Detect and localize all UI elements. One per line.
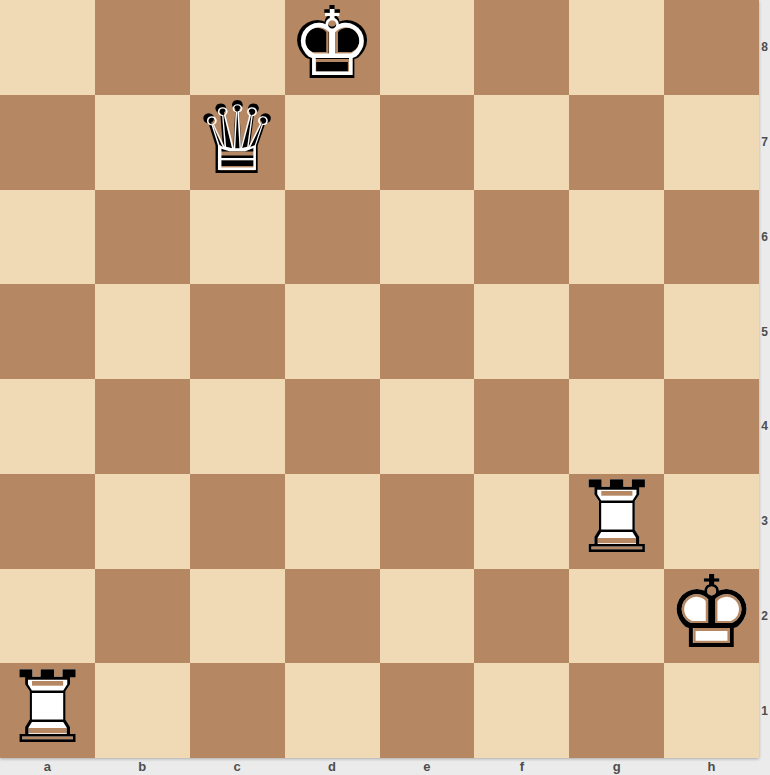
square-f3[interactable] bbox=[474, 474, 569, 569]
piece-white-rook[interactable]: ♜♖ bbox=[0, 663, 95, 758]
piece-black-queen[interactable]: ♛♕ bbox=[190, 95, 285, 190]
square-a4[interactable] bbox=[0, 379, 95, 474]
square-f7[interactable] bbox=[474, 95, 569, 190]
black-queen-linework: ♕ bbox=[194, 99, 279, 184]
rank-label-4: 4 bbox=[759, 379, 770, 474]
square-g1[interactable] bbox=[569, 663, 664, 758]
square-g2[interactable] bbox=[569, 569, 664, 664]
file-coordinates: abcdefgh bbox=[0, 758, 759, 775]
square-h4[interactable] bbox=[664, 379, 759, 474]
square-c3[interactable] bbox=[190, 474, 285, 569]
rank-label-3: 3 bbox=[759, 474, 770, 569]
rank-label-1: 1 bbox=[759, 663, 770, 758]
square-d6[interactable] bbox=[285, 190, 380, 285]
square-b4[interactable] bbox=[95, 379, 190, 474]
black-king-linework: ♔ bbox=[289, 5, 374, 90]
white-king-linework: ♔ bbox=[664, 569, 759, 664]
square-g5[interactable] bbox=[569, 284, 664, 379]
square-a8[interactable] bbox=[0, 0, 95, 95]
square-f1[interactable] bbox=[474, 663, 569, 758]
square-b2[interactable] bbox=[95, 569, 190, 664]
piece-black-king[interactable]: ♚♔ bbox=[285, 0, 380, 95]
square-c6[interactable] bbox=[190, 190, 285, 285]
square-b1[interactable] bbox=[95, 663, 190, 758]
square-g6[interactable] bbox=[569, 190, 664, 285]
file-label-h: h bbox=[664, 758, 759, 775]
square-d8[interactable]: ♚♔ bbox=[285, 0, 380, 95]
square-b6[interactable] bbox=[95, 190, 190, 285]
file-label-c: c bbox=[190, 758, 285, 775]
square-a6[interactable] bbox=[0, 190, 95, 285]
white-rook-linework: ♖ bbox=[0, 663, 95, 758]
square-c7[interactable]: ♛♕ bbox=[190, 95, 285, 190]
square-h8[interactable] bbox=[664, 0, 759, 95]
file-label-b: b bbox=[95, 758, 190, 775]
square-d3[interactable] bbox=[285, 474, 380, 569]
piece-white-king[interactable]: ♚♔ bbox=[664, 569, 759, 664]
square-d5[interactable] bbox=[285, 284, 380, 379]
square-b8[interactable] bbox=[95, 0, 190, 95]
rank-coordinates: 87654321 bbox=[759, 0, 770, 758]
square-h6[interactable] bbox=[664, 190, 759, 285]
square-b3[interactable] bbox=[95, 474, 190, 569]
file-label-d: d bbox=[285, 758, 380, 775]
square-c1[interactable] bbox=[190, 663, 285, 758]
square-h5[interactable] bbox=[664, 284, 759, 379]
square-a7[interactable] bbox=[0, 95, 95, 190]
square-c4[interactable] bbox=[190, 379, 285, 474]
square-e3[interactable] bbox=[380, 474, 475, 569]
square-h7[interactable] bbox=[664, 95, 759, 190]
rank-label-2: 2 bbox=[759, 569, 770, 664]
square-f8[interactable] bbox=[474, 0, 569, 95]
square-f2[interactable] bbox=[474, 569, 569, 664]
square-c5[interactable] bbox=[190, 284, 285, 379]
square-e6[interactable] bbox=[380, 190, 475, 285]
rank-label-7: 7 bbox=[759, 95, 770, 190]
square-a3[interactable] bbox=[0, 474, 95, 569]
square-d7[interactable] bbox=[285, 95, 380, 190]
file-label-f: f bbox=[474, 758, 569, 775]
square-a1[interactable]: ♜♖ bbox=[0, 663, 95, 758]
piece-white-rook[interactable]: ♜♖ bbox=[569, 474, 664, 569]
rank-label-6: 6 bbox=[759, 190, 770, 285]
white-rook-linework: ♖ bbox=[569, 474, 664, 569]
chess-app: ♚♔♛♕♜♖♚♔♜♖ 87654321 abcdefgh bbox=[0, 0, 770, 775]
square-g8[interactable] bbox=[569, 0, 664, 95]
square-f5[interactable] bbox=[474, 284, 569, 379]
file-label-a: a bbox=[0, 758, 95, 775]
chess-board: ♚♔♛♕♜♖♚♔♜♖ bbox=[0, 0, 759, 758]
square-d4[interactable] bbox=[285, 379, 380, 474]
square-a5[interactable] bbox=[0, 284, 95, 379]
square-e2[interactable] bbox=[380, 569, 475, 664]
square-e4[interactable] bbox=[380, 379, 475, 474]
square-c2[interactable] bbox=[190, 569, 285, 664]
square-f4[interactable] bbox=[474, 379, 569, 474]
square-b7[interactable] bbox=[95, 95, 190, 190]
file-label-e: e bbox=[380, 758, 475, 775]
square-h1[interactable] bbox=[664, 663, 759, 758]
square-f6[interactable] bbox=[474, 190, 569, 285]
rank-label-5: 5 bbox=[759, 284, 770, 379]
square-e8[interactable] bbox=[380, 0, 475, 95]
square-g7[interactable] bbox=[569, 95, 664, 190]
file-label-g: g bbox=[569, 758, 664, 775]
square-e5[interactable] bbox=[380, 284, 475, 379]
square-d2[interactable] bbox=[285, 569, 380, 664]
square-g3[interactable]: ♜♖ bbox=[569, 474, 664, 569]
square-b5[interactable] bbox=[95, 284, 190, 379]
rank-label-8: 8 bbox=[759, 0, 770, 95]
square-e1[interactable] bbox=[380, 663, 475, 758]
square-e7[interactable] bbox=[380, 95, 475, 190]
square-h2[interactable]: ♚♔ bbox=[664, 569, 759, 664]
square-d1[interactable] bbox=[285, 663, 380, 758]
